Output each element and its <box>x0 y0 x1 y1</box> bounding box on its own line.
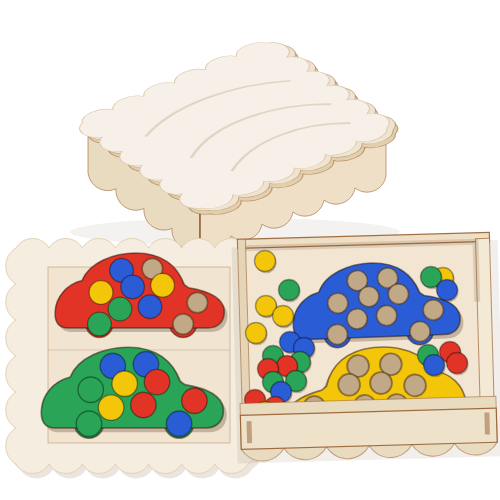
chip-green <box>279 280 300 301</box>
tray-front-wall <box>240 408 497 449</box>
product-photo <box>0 0 500 500</box>
green-car-peg-yellow <box>112 371 137 397</box>
red-car-peg-blue <box>138 295 162 319</box>
green-car-peg-green <box>76 411 102 437</box>
red-car-peg-blue <box>121 275 145 299</box>
red-car-peg-yellow <box>89 281 113 305</box>
blue-car-socket-empty <box>388 284 409 305</box>
green-car-peg-yellow <box>98 395 124 421</box>
green-car-peg-red <box>182 388 208 414</box>
scene-canvas <box>0 0 500 500</box>
closed-box <box>67 35 410 252</box>
blue-car-socket-empty <box>327 293 348 314</box>
blue-car-socket-empty <box>358 286 379 307</box>
blue-car-socket-empty <box>376 305 397 326</box>
blue-car-socket-empty <box>347 308 368 329</box>
blue-car-socket-empty <box>423 300 444 321</box>
red-car-peg-yellow <box>151 273 175 297</box>
red-car-peg-green <box>88 312 112 336</box>
green-car-peg-blue <box>166 411 192 437</box>
red-car-socket-empty <box>187 292 208 313</box>
chip-yellow <box>246 323 267 344</box>
front-wall-tab-right <box>484 412 490 434</box>
front-wall-tab-left <box>247 421 253 443</box>
blue-car-socket-empty <box>409 321 430 342</box>
green-car-peg-red <box>131 392 157 418</box>
green-car-peg-red <box>144 369 170 395</box>
chip-yellow <box>273 306 294 327</box>
chip-blue <box>424 355 445 376</box>
blue-car-socket-empty <box>327 324 348 345</box>
puzzle-board <box>6 238 263 478</box>
chip-yellow <box>255 251 276 272</box>
green-car-peg-green <box>78 377 104 403</box>
chip-red <box>447 353 468 374</box>
red-car-peg-green <box>108 297 132 321</box>
chip-blue <box>437 280 458 301</box>
red-car-socket-empty <box>173 314 194 335</box>
